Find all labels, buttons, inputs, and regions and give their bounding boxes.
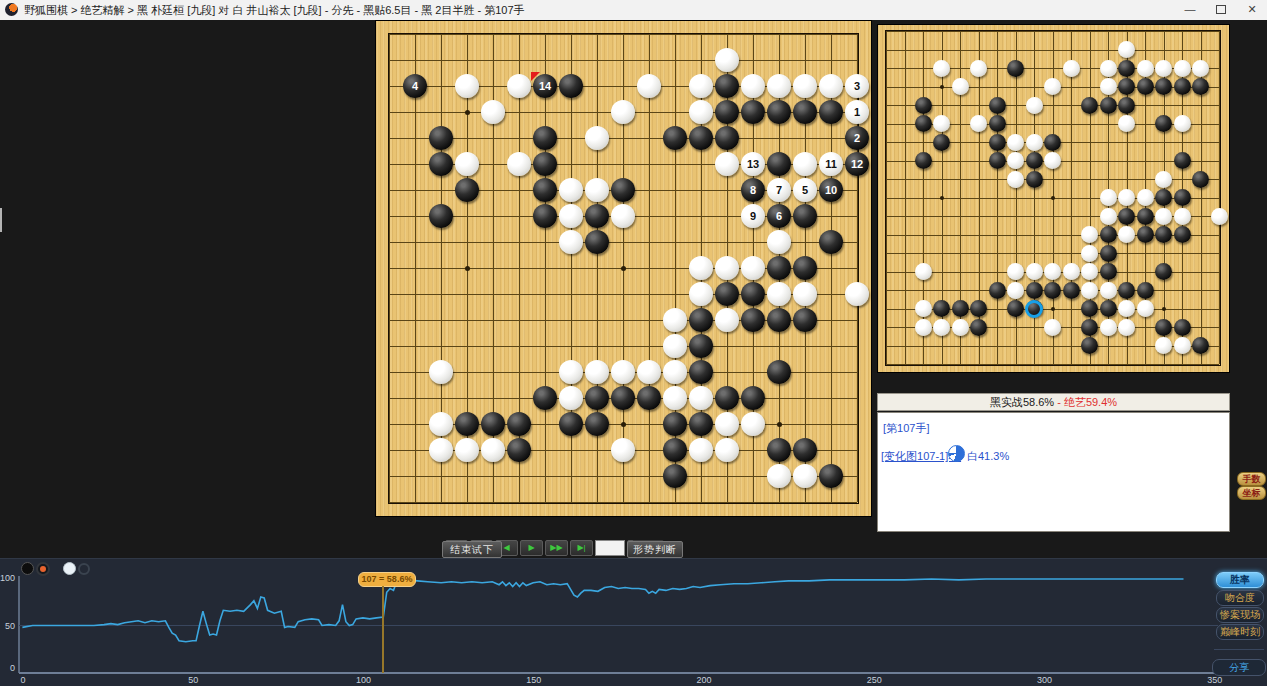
winrate-tab-button[interactable]: 胜率 [1216,572,1264,588]
white-stone [1007,152,1024,169]
white-stone [1081,245,1098,262]
winrate-graph-panel: 107 = 58.6% 100500 050100150200250300350… [0,558,1267,686]
white-stone [1007,171,1024,188]
black-stone [507,438,531,462]
white-stone [715,48,739,72]
white-stone [1081,263,1098,280]
move-number: 6 [767,204,791,228]
move-number: 8 [741,178,765,202]
black-stone [585,412,609,436]
game-position-board[interactable] [877,24,1230,373]
black-stone [715,74,739,98]
white-stone [1100,60,1117,77]
white-stone [611,438,635,462]
move-number: 7 [767,178,791,202]
black-stone [429,152,453,176]
actual-winrate-text: 黑实战58.6% [990,396,1054,408]
black-stone [1100,226,1117,243]
black-stone [689,126,713,150]
white-stone [715,308,739,332]
white-stone [1100,208,1117,225]
black-stone [1081,337,1098,354]
white-stone [1137,189,1154,206]
black-stone [1155,189,1172,206]
black-stone [585,386,609,410]
white-stone [793,74,817,98]
white-stone [611,100,635,124]
star-point [465,266,470,271]
move-number: 2 [845,126,869,150]
white-stone [429,412,453,436]
title-bar: 野狐围棋 > 绝艺精解 > 黑 朴廷桓 [九段] 对 白 井山裕太 [九段] -… [0,0,1267,21]
black-stone [429,126,453,150]
show-coordinates-button[interactable]: 坐标 [1237,486,1266,500]
black-stone [1044,282,1061,299]
y-axis-tick: 100 [0,573,15,583]
black-stone [637,386,661,410]
fast-forward-icon[interactable]: ▶▶ [545,540,568,556]
white-stone [663,308,687,332]
white-stone [689,438,713,462]
black-stone [1026,171,1043,188]
white-stone [507,74,531,98]
white-stone [455,152,479,176]
white-stone [715,412,739,436]
white-stone [637,360,661,384]
white-stone [1044,152,1061,169]
winrate-status-bar: 黑实战58.6% - 绝艺59.4% [877,393,1230,411]
move-number: 11 [819,152,843,176]
white-stone [507,152,531,176]
restore-icon [1216,5,1226,14]
white-stone [1137,60,1154,77]
black-stone [663,438,687,462]
white-stone [1118,300,1135,317]
white-stone [767,74,791,98]
black-stone [741,308,765,332]
black-stone [767,438,791,462]
show-move-numbers-button[interactable]: 手数 [1237,472,1266,486]
black-stone [1174,319,1191,336]
white-stone [1044,263,1061,280]
white-stone [559,386,583,410]
black-stone [689,360,713,384]
black-stone [663,412,687,436]
black-stone [819,230,843,254]
black-stone [1007,300,1024,317]
last-move-ring-marker [1025,300,1043,318]
black-stone [1174,189,1191,206]
black-stone [1174,152,1191,169]
white-stone [1155,337,1172,354]
move-number: 9 [741,204,765,228]
white-stone [1100,78,1117,95]
white-stone [1118,226,1135,243]
black-stone [533,386,557,410]
black-stone [793,100,817,124]
black-stone [819,100,843,124]
white-stone [1081,226,1098,243]
black-stone [933,134,950,151]
black-stone [715,282,739,306]
white-stone [933,115,950,132]
black-stone [767,152,791,176]
black-stone [1155,263,1172,280]
black-stone [1007,60,1024,77]
white-stone [663,334,687,358]
white-stone [1007,263,1024,280]
blunder-scenes-button[interactable]: 惨案现场 [1216,607,1264,623]
x-axis-tick: 350 [1203,675,1227,685]
move-number-label: [第107手] [883,421,929,436]
white-stone [1174,337,1191,354]
window-title: 野狐围棋 > 绝艺精解 > 黑 朴廷桓 [九段] 对 白 井山裕太 [九段] -… [24,3,525,18]
white-stone [715,152,739,176]
white-stone [1026,263,1043,280]
main-variation-board[interactable]: 1234567891011121314 [375,20,872,517]
black-stone [1137,282,1154,299]
white-stone [1118,319,1135,336]
white-stone [481,100,505,124]
black-stone [1044,134,1061,151]
black-stone [767,360,791,384]
black-stone [767,256,791,280]
black-stone [819,464,843,488]
black-stone [741,100,765,124]
black-stone [689,412,713,436]
black-stone [1155,78,1172,95]
skip-to-end-icon[interactable]: ▶| [570,540,593,556]
black-stone [1118,282,1135,299]
x-axis-tick: 100 [352,675,376,685]
star-point [465,110,470,115]
end-trial-button[interactable]: 结束试下 [442,541,502,558]
white-stone [933,60,950,77]
white-stone [1026,97,1043,114]
white-stone [559,230,583,254]
x-axis-tick: 250 [862,675,886,685]
white-stone [1118,41,1135,58]
black-stone [970,300,987,317]
black-stone [1118,97,1135,114]
black-stone [585,204,609,228]
star-point [777,422,782,427]
black-stone [933,300,950,317]
y-axis-tick: 50 [0,621,15,631]
black-stone [1081,97,1098,114]
white-stone [793,282,817,306]
black-stone [1118,78,1135,95]
x-axis-tick: 150 [522,675,546,685]
white-stone [559,204,583,228]
white-stone [845,282,869,306]
white-stone [637,74,661,98]
white-stone [1063,263,1080,280]
black-stone [989,152,1006,169]
black-stone [767,308,791,332]
move-number: 13 [741,152,765,176]
white-stone [689,74,713,98]
black-stone [793,438,817,462]
white-stone [715,256,739,280]
black-stone [1026,282,1043,299]
y-axis-tick: 0 [0,663,15,673]
white-stone [1174,60,1191,77]
white-stone [915,319,932,336]
black-stone [915,97,932,114]
chart-tooltip-line [382,586,384,673]
white-stone [559,178,583,202]
x-axis-tick: 50 [181,675,205,685]
star-point [621,422,626,427]
star-point [1051,307,1055,311]
white-stone [1081,282,1098,299]
peak-moments-button[interactable]: 巅峰时刻 [1216,624,1264,640]
white-stone [970,60,987,77]
black-stone [989,97,1006,114]
white-stone [1100,319,1117,336]
white-stone [585,126,609,150]
black-stone [611,386,635,410]
ai-match-button[interactable]: 吻合度 [1216,590,1264,606]
white-stone [429,360,453,384]
white-stone [663,360,687,384]
white-stone [970,115,987,132]
white-stone [1155,171,1172,188]
white-stone [1118,115,1135,132]
black-stone [1155,319,1172,336]
black-stone [585,230,609,254]
ai-eval-value: 白41.3% [967,449,1009,464]
black-stone [455,412,479,436]
white-stone [585,360,609,384]
white-stone [793,152,817,176]
black-stone [533,126,557,150]
x-axis-tick: 200 [692,675,716,685]
white-stone [1174,208,1191,225]
step-forward-icon[interactable]: ▶ [520,540,543,556]
black-stone [715,100,739,124]
black-stone [533,204,557,228]
winrate-chart[interactable] [0,559,1267,686]
black-stone [1137,78,1154,95]
star-point [1051,196,1055,200]
workspace-background: 1234567891011121314 黑实战58.6% - 绝艺59.4% [… [0,20,1267,558]
black-stone [481,412,505,436]
move-number: 10 [819,178,843,202]
move-number: 12 [845,152,869,176]
star-point [1162,307,1166,311]
black-stone [689,334,713,358]
white-stone [1137,300,1154,317]
black-stone [793,256,817,280]
black-stone [715,386,739,410]
black-stone [952,300,969,317]
divider [1214,649,1264,650]
white-stone [1155,208,1172,225]
black-stone [915,152,932,169]
black-stone [689,308,713,332]
black-stone [1118,208,1135,225]
white-stone [1192,60,1209,77]
white-stone [1063,60,1080,77]
black-stone [767,100,791,124]
move-number: 3 [845,74,869,98]
move-number: 5 [793,178,817,202]
close-button[interactable]: ✕ [1245,2,1259,17]
white-stone [663,386,687,410]
move-number: 4 [403,74,427,98]
white-stone [741,74,765,98]
black-stone [533,152,557,176]
white-stone [933,319,950,336]
white-stone [1100,189,1117,206]
black-stone [793,308,817,332]
black-stone [1155,115,1172,132]
black-stone [741,282,765,306]
white-stone [559,360,583,384]
black-stone [663,464,687,488]
black-stone [1192,78,1209,95]
black-stone [970,319,987,336]
current-move-triangle-marker [531,72,540,81]
white-stone [1026,134,1043,151]
black-stone [715,126,739,150]
white-stone [1044,319,1061,336]
white-stone [1100,282,1117,299]
white-stone [1174,115,1191,132]
white-stone [585,178,609,202]
white-stone [481,438,505,462]
minimize-button[interactable]: — [1183,2,1197,17]
black-stone [915,115,932,132]
black-stone [1026,152,1043,169]
black-stone [793,204,817,228]
share-button[interactable]: 分享 [1212,659,1266,676]
black-stone [429,204,453,228]
x-axis-tick: 0 [11,675,35,685]
black-stone [611,178,635,202]
white-stone [1118,189,1135,206]
move-number-input[interactable] [595,540,625,556]
white-stone [689,100,713,124]
white-stone [793,464,817,488]
white-stone [689,282,713,306]
black-stone [1155,226,1172,243]
black-stone [1100,97,1117,114]
black-stone [559,74,583,98]
white-stone [1211,208,1228,225]
star-point [621,266,626,271]
black-stone [533,178,557,202]
black-stone [1137,226,1154,243]
variation-info-panel: [第107手] [变化图107-1]>> 白41.3% [877,412,1230,532]
white-stone [1044,78,1061,95]
white-stone [767,282,791,306]
white-stone [952,319,969,336]
ai-winrate-text: - 绝艺59.4% [1054,396,1117,408]
restore-button[interactable] [1214,2,1228,17]
black-stone [1100,263,1117,280]
move-number: 1 [845,100,869,124]
white-stone [915,263,932,280]
black-stone [989,134,1006,151]
white-stone [611,360,635,384]
black-stone [507,412,531,436]
black-stone [1137,208,1154,225]
white-stone [455,74,479,98]
star-point [940,85,944,89]
black-stone [1081,300,1098,317]
white-stone [689,256,713,280]
black-stone [1192,337,1209,354]
black-stone [989,282,1006,299]
black-stone [1063,282,1080,299]
black-stone [663,126,687,150]
black-stone [1081,319,1098,336]
black-stone [1192,171,1209,188]
x-axis-tick: 300 [1033,675,1057,685]
white-stone [1007,134,1024,151]
black-stone [1100,300,1117,317]
black-stone [1100,245,1117,262]
white-stone [767,464,791,488]
white-stone [689,386,713,410]
black-stone [1174,226,1191,243]
white-stone [1155,60,1172,77]
white-stone [767,230,791,254]
black-stone [455,178,479,202]
black-stone [741,386,765,410]
white-stone [741,256,765,280]
black-stone [559,412,583,436]
white-stone [741,412,765,436]
chart-tooltip: 107 = 58.6% [358,572,416,587]
black-stone [1174,78,1191,95]
white-stone [455,438,479,462]
white-stone [611,204,635,228]
left-edge-mark [0,208,2,232]
territory-judge-button[interactable]: 形势判断 [627,541,683,558]
white-stone [819,74,843,98]
white-stone [952,78,969,95]
white-stone [429,438,453,462]
black-stone [1118,60,1135,77]
black-stone [989,115,1006,132]
jueyi-logo-icon [948,445,965,462]
white-stone [915,300,932,317]
white-stone [715,438,739,462]
star-point [940,196,944,200]
white-stone [1007,282,1024,299]
app-logo-icon [5,3,18,16]
